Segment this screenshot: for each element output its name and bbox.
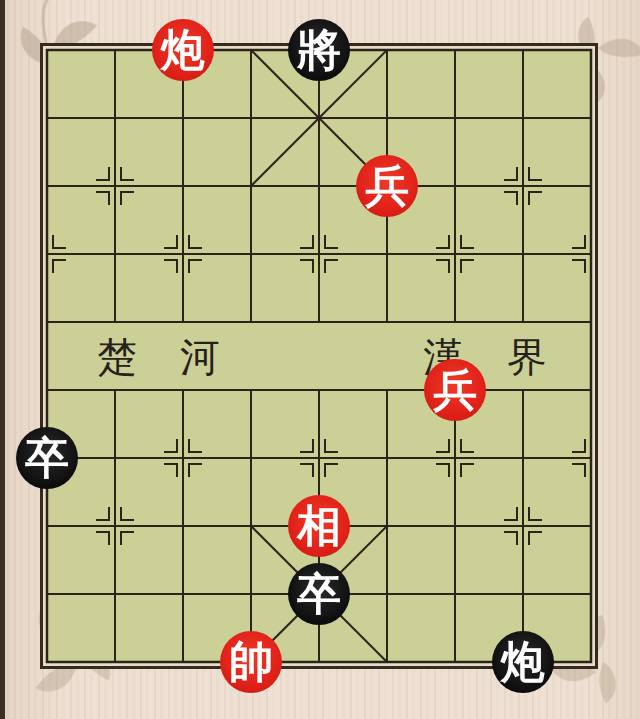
piece-black-cannon[interactable]: 炮	[492, 631, 554, 693]
piece-black-soldier[interactable]: 卒	[16, 427, 78, 489]
piece-red-soldier[interactable]: 兵	[356, 155, 418, 217]
xiangqi-board-screenshot: 楚 河 漢 界 炮將兵兵卒相卒帥炮	[0, 0, 640, 719]
piece-black-soldier[interactable]: 卒	[288, 563, 350, 625]
piece-red-elephant[interactable]: 相	[288, 495, 350, 557]
piece-red-soldier[interactable]: 兵	[424, 359, 486, 421]
piece-black-general[interactable]: 將	[288, 19, 350, 81]
piece-red-general[interactable]: 帥	[220, 631, 282, 693]
piece-red-cannon[interactable]: 炮	[152, 19, 214, 81]
pieces-layer: 炮將兵兵卒相卒帥炮	[13, 16, 625, 696]
